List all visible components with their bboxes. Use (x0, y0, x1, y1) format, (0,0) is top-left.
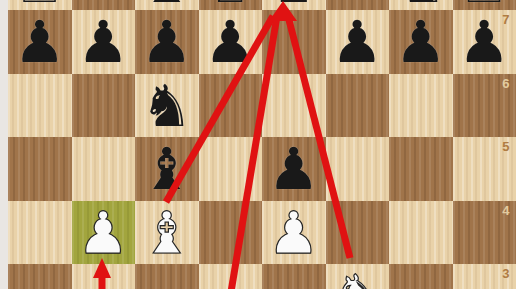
black-king-e8[interactable]: ♚ (262, 0, 326, 13)
square-g3[interactable] (389, 264, 453, 289)
rank-label-6: 6 (453, 76, 510, 91)
square-b3[interactable] (72, 264, 136, 289)
white-bishop-c4[interactable]: ♝ (135, 201, 199, 265)
black-pawn-e5[interactable]: ♟ (262, 137, 326, 201)
square-d5[interactable] (199, 137, 263, 201)
black-pawn-g7[interactable]: ♟ (389, 10, 453, 74)
square-a4[interactable] (8, 201, 72, 265)
square-e3[interactable] (262, 264, 326, 289)
rank-label-4: 4 (453, 203, 510, 218)
square-a5[interactable] (8, 137, 72, 201)
black-pawn-d7[interactable]: ♟ (199, 10, 263, 74)
rank-label-5: 5 (453, 139, 510, 154)
square-a6[interactable] (8, 74, 72, 138)
chess-board-screenshot: ♜♝♛♚♞♜♟♟♟♟♟♟♟♞♝♟♟♝♟♞ 76543 (0, 0, 516, 289)
square-c3[interactable] (135, 264, 199, 289)
black-pawn-f7[interactable]: ♟ (326, 10, 390, 74)
black-pawn-b7[interactable]: ♟ (72, 10, 136, 74)
square-a3[interactable] (8, 264, 72, 289)
black-pawn-c7[interactable]: ♟ (135, 10, 199, 74)
rank-label-7: 7 (453, 12, 510, 27)
white-pawn-e4[interactable]: ♟ (262, 201, 326, 265)
square-d4[interactable] (199, 201, 263, 265)
square-e7[interactable] (262, 10, 326, 74)
square-b5[interactable] (72, 137, 136, 201)
square-e6[interactable] (262, 74, 326, 138)
square-g4[interactable] (389, 201, 453, 265)
square-f5[interactable] (326, 137, 390, 201)
page-background-strip (0, 0, 8, 289)
black-bishop-c5[interactable]: ♝ (135, 137, 199, 201)
white-pawn-b4[interactable]: ♟ (72, 201, 136, 265)
black-knight-c6[interactable]: ♞ (135, 74, 199, 138)
square-f4[interactable] (326, 201, 390, 265)
square-b6[interactable] (72, 74, 136, 138)
black-pawn-a7[interactable]: ♟ (8, 10, 72, 74)
square-g5[interactable] (389, 137, 453, 201)
white-knight-f3[interactable]: ♞ (326, 264, 390, 289)
square-d3[interactable] (199, 264, 263, 289)
rank-label-3: 3 (453, 266, 510, 281)
square-d6[interactable] (199, 74, 263, 138)
square-g6[interactable] (389, 74, 453, 138)
square-f6[interactable] (326, 74, 390, 138)
